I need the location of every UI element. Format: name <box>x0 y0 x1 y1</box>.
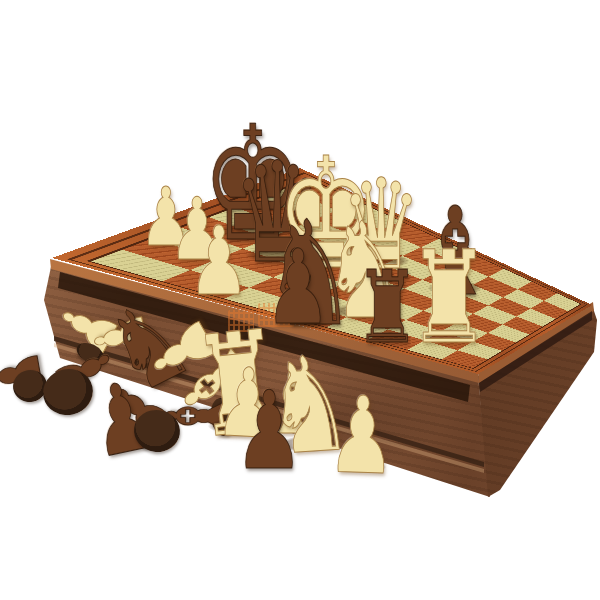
board-piece-dark-rook-c2[interactable]: ♜ <box>355 258 420 358</box>
spilled-piece-white-pawn[interactable]: ♟ <box>326 382 398 490</box>
product-photo-chess-set: ♟♟♟♚♛♚♛♞♟♞♜♜♝♟♟♟♞♟♟♟♝♟♝♜♟♝♟♞♟ <box>0 0 600 600</box>
spilled-piece-dark-pawn[interactable]: ♟ <box>234 377 304 485</box>
board-piece-white-pawn-c6[interactable]: ♟ <box>188 214 249 309</box>
board-piece-white-rook-d2[interactable]: ♜ <box>408 234 491 362</box>
pieces-layer: ♟♟♟♚♛♚♛♞♟♞♜♜♝♟♟♟♞♟♟♟♝♟♝♜♟♝♟♞♟ <box>0 0 600 600</box>
